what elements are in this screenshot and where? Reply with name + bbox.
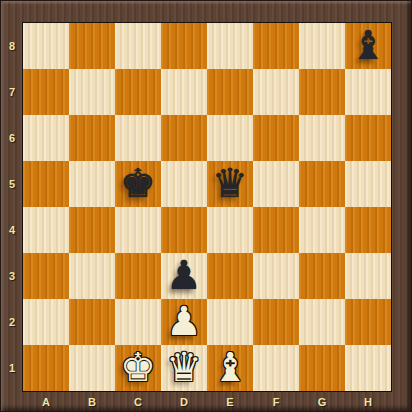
square-a6[interactable] bbox=[23, 115, 69, 161]
square-f3[interactable] bbox=[253, 253, 299, 299]
square-c6[interactable] bbox=[115, 115, 161, 161]
square-h4[interactable] bbox=[345, 207, 391, 253]
rank-label-7: 7 bbox=[1, 69, 23, 115]
square-f7[interactable] bbox=[253, 69, 299, 115]
square-c4[interactable] bbox=[115, 207, 161, 253]
file-label-e: E bbox=[207, 391, 253, 412]
square-e7[interactable] bbox=[207, 69, 253, 115]
square-g6[interactable] bbox=[299, 115, 345, 161]
square-b3[interactable] bbox=[69, 253, 115, 299]
square-f8[interactable] bbox=[253, 23, 299, 69]
square-c2[interactable] bbox=[115, 299, 161, 345]
square-g3[interactable] bbox=[299, 253, 345, 299]
square-e3[interactable] bbox=[207, 253, 253, 299]
square-a7[interactable] bbox=[23, 69, 69, 115]
square-g7[interactable] bbox=[299, 69, 345, 115]
file-label-a: A bbox=[23, 391, 69, 412]
square-d4[interactable] bbox=[161, 207, 207, 253]
square-a1[interactable] bbox=[23, 345, 69, 391]
black-king[interactable]: ♚ bbox=[120, 163, 156, 203]
square-c1[interactable]: ♚ bbox=[115, 345, 161, 391]
square-d1[interactable]: ♛ bbox=[161, 345, 207, 391]
rank-label-8: 8 bbox=[1, 23, 23, 69]
square-g8[interactable] bbox=[299, 23, 345, 69]
square-b4[interactable] bbox=[69, 207, 115, 253]
square-d8[interactable] bbox=[161, 23, 207, 69]
square-a4[interactable] bbox=[23, 207, 69, 253]
square-e4[interactable] bbox=[207, 207, 253, 253]
square-e2[interactable] bbox=[207, 299, 253, 345]
square-c5[interactable]: ♚ bbox=[115, 161, 161, 207]
square-h2[interactable] bbox=[345, 299, 391, 345]
square-e6[interactable] bbox=[207, 115, 253, 161]
rank-labels: 87654321 bbox=[1, 23, 23, 391]
rank-label-1: 1 bbox=[1, 345, 23, 391]
square-g4[interactable] bbox=[299, 207, 345, 253]
square-g1[interactable] bbox=[299, 345, 345, 391]
square-c7[interactable] bbox=[115, 69, 161, 115]
file-label-h: H bbox=[345, 391, 391, 412]
square-g5[interactable] bbox=[299, 161, 345, 207]
square-b1[interactable] bbox=[69, 345, 115, 391]
square-e5[interactable]: ♛ bbox=[207, 161, 253, 207]
square-b6[interactable] bbox=[69, 115, 115, 161]
square-f1[interactable] bbox=[253, 345, 299, 391]
square-b7[interactable] bbox=[69, 69, 115, 115]
black-bishop[interactable]: ♝ bbox=[350, 25, 386, 65]
file-label-f: F bbox=[253, 391, 299, 412]
square-h7[interactable] bbox=[345, 69, 391, 115]
square-d6[interactable] bbox=[161, 115, 207, 161]
file-label-b: B bbox=[69, 391, 115, 412]
square-f6[interactable] bbox=[253, 115, 299, 161]
square-c3[interactable] bbox=[115, 253, 161, 299]
rank-label-5: 5 bbox=[1, 161, 23, 207]
square-f2[interactable] bbox=[253, 299, 299, 345]
square-f4[interactable] bbox=[253, 207, 299, 253]
square-f5[interactable] bbox=[253, 161, 299, 207]
rank-label-4: 4 bbox=[1, 207, 23, 253]
chess-board-frame: 87654321 ♝♚♛♟♟♚♛♝ ABCDEFGH bbox=[0, 0, 412, 412]
square-e8[interactable] bbox=[207, 23, 253, 69]
file-label-c: C bbox=[115, 391, 161, 412]
chess-board: ♝♚♛♟♟♚♛♝ bbox=[23, 23, 391, 391]
square-d3[interactable]: ♟ bbox=[161, 253, 207, 299]
rank-label-3: 3 bbox=[1, 253, 23, 299]
square-b8[interactable] bbox=[69, 23, 115, 69]
white-bishop[interactable]: ♝ bbox=[212, 347, 248, 387]
square-d7[interactable] bbox=[161, 69, 207, 115]
square-g2[interactable] bbox=[299, 299, 345, 345]
file-label-g: G bbox=[299, 391, 345, 412]
square-b2[interactable] bbox=[69, 299, 115, 345]
white-queen[interactable]: ♛ bbox=[166, 347, 202, 387]
white-pawn[interactable]: ♟ bbox=[166, 301, 202, 341]
black-queen[interactable]: ♛ bbox=[212, 163, 248, 203]
black-pawn[interactable]: ♟ bbox=[166, 255, 202, 295]
square-a8[interactable] bbox=[23, 23, 69, 69]
rank-label-6: 6 bbox=[1, 115, 23, 161]
rank-label-2: 2 bbox=[1, 299, 23, 345]
square-c8[interactable] bbox=[115, 23, 161, 69]
square-h6[interactable] bbox=[345, 115, 391, 161]
square-h5[interactable] bbox=[345, 161, 391, 207]
white-king[interactable]: ♚ bbox=[120, 347, 156, 387]
square-a5[interactable] bbox=[23, 161, 69, 207]
square-h8[interactable]: ♝ bbox=[345, 23, 391, 69]
square-d5[interactable] bbox=[161, 161, 207, 207]
square-b5[interactable] bbox=[69, 161, 115, 207]
file-label-d: D bbox=[161, 391, 207, 412]
square-a2[interactable] bbox=[23, 299, 69, 345]
file-labels: ABCDEFGH bbox=[23, 391, 391, 412]
square-e1[interactable]: ♝ bbox=[207, 345, 253, 391]
square-d2[interactable]: ♟ bbox=[161, 299, 207, 345]
square-a3[interactable] bbox=[23, 253, 69, 299]
square-h1[interactable] bbox=[345, 345, 391, 391]
square-h3[interactable] bbox=[345, 253, 391, 299]
